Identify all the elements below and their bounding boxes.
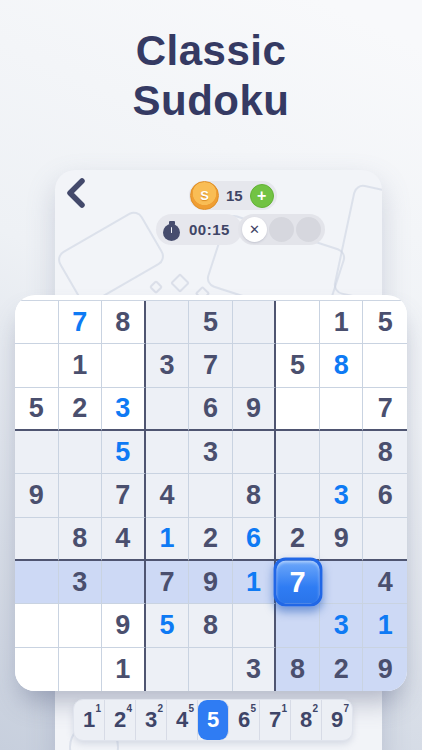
cell-r9c1[interactable] [15, 648, 59, 691]
given-digit: 8 [203, 610, 218, 641]
user-digit: 3 [334, 480, 349, 511]
cell-r7c4[interactable]: 7 [146, 561, 190, 604]
key-remaining-count: 4 [126, 703, 132, 714]
cell-r8c6[interactable] [233, 604, 277, 647]
timer-pill: 00:15 [156, 214, 242, 245]
title-line-1: Classic [0, 26, 422, 76]
given-digit: 2 [290, 523, 305, 554]
given-digit: 6 [203, 393, 218, 424]
given-digit: 9 [334, 523, 349, 554]
cell-r7c7[interactable]: 7 [276, 561, 320, 604]
cell-r2c4[interactable]: 3 [146, 344, 190, 387]
key-4[interactable]: 45 [167, 700, 198, 740]
cell-r9c5[interactable] [189, 648, 233, 691]
decorative-card-doodle [332, 183, 382, 305]
cell-r3c9[interactable]: 7 [363, 388, 407, 431]
key-digit: 4 [176, 707, 188, 733]
key-remaining-count: 2 [312, 703, 318, 714]
cell-r1c4[interactable] [146, 301, 190, 344]
cell-r4c1[interactable] [15, 431, 59, 474]
cell-r9c8[interactable]: 2 [320, 648, 364, 691]
given-digit: 5 [203, 307, 218, 338]
cell-r8c1[interactable] [15, 604, 59, 647]
cell-r9c7[interactable]: 8 [276, 648, 320, 691]
key-remaining-count: 5 [188, 703, 194, 714]
cell-r7c5[interactable]: 9 [189, 561, 233, 604]
cell-r8c3[interactable]: 9 [102, 604, 146, 647]
cell-r5c8[interactable]: 3 [320, 474, 364, 517]
cell-r1c8[interactable]: 1 [320, 301, 364, 344]
given-digit: 7 [115, 480, 130, 511]
cell-r9c2[interactable] [59, 648, 103, 691]
cell-r6c4[interactable]: 1 [146, 518, 190, 561]
key-8[interactable]: 82 [291, 700, 322, 740]
cell-r6c7[interactable]: 2 [276, 518, 320, 561]
mistakes-indicator: ✕ [238, 214, 325, 245]
cell-r7c9[interactable]: 4 [363, 561, 407, 604]
title-line-2: Sudoku [0, 76, 422, 126]
given-digit: 9 [378, 654, 393, 685]
key-remaining-count: 1 [281, 703, 287, 714]
user-digit: 1 [246, 567, 261, 598]
sudoku-grid: 7851513758523697538974836841262937917495… [15, 300, 407, 691]
cell-r4c2[interactable] [59, 431, 103, 474]
given-digit: 4 [115, 523, 130, 554]
cell-r1c7[interactable] [276, 301, 320, 344]
cell-r8c4[interactable]: 5 [146, 604, 190, 647]
given-digit: 1 [72, 350, 87, 381]
cell-r4c9[interactable]: 8 [363, 431, 407, 474]
decorative-card-doodle [55, 208, 168, 308]
cell-r3c2[interactable]: 2 [59, 388, 103, 431]
cell-r2c7[interactable]: 5 [276, 344, 320, 387]
coin-amount: 15 [226, 187, 243, 204]
given-digit: 8 [246, 480, 261, 511]
user-digit: 1 [159, 523, 174, 554]
key-digit: 9 [331, 707, 343, 733]
cell-r8c7[interactable] [276, 604, 320, 647]
cell-r1c1[interactable] [15, 301, 59, 344]
cell-r2c1[interactable] [15, 344, 59, 387]
key-remaining-count: 7 [343, 703, 349, 714]
selected-cell-button[interactable]: 7 [273, 558, 322, 607]
decorative-diamond [149, 280, 163, 294]
given-digit: 4 [378, 567, 393, 598]
given-digit: 2 [72, 393, 87, 424]
cell-r2c3[interactable] [102, 344, 146, 387]
key-digit: 2 [114, 707, 126, 733]
given-digit: 9 [246, 393, 261, 424]
cell-r4c3[interactable]: 5 [102, 431, 146, 474]
given-digit: 1 [115, 654, 130, 685]
cell-r3c7[interactable] [276, 388, 320, 431]
cell-r9c6[interactable]: 3 [233, 648, 277, 691]
cell-r5c4[interactable]: 4 [146, 474, 190, 517]
cell-r2c9[interactable] [363, 344, 407, 387]
cell-r8c8[interactable]: 3 [320, 604, 364, 647]
timer-value: 00:15 [189, 221, 230, 238]
cell-r4c7[interactable] [276, 431, 320, 474]
cell-r4c6[interactable] [233, 431, 277, 474]
key-digit: 5 [207, 707, 219, 733]
user-digit: 5 [159, 610, 174, 641]
coin-balance-pill: S 15 + [189, 181, 277, 210]
cell-r5c2[interactable] [59, 474, 103, 517]
cell-r3c8[interactable] [320, 388, 364, 431]
cell-r6c1[interactable] [15, 518, 59, 561]
given-digit: 1 [334, 307, 349, 338]
cell-r1c5[interactable]: 5 [189, 301, 233, 344]
cell-r5c6[interactable]: 8 [233, 474, 277, 517]
cell-r2c5[interactable]: 7 [189, 344, 233, 387]
given-digit: 3 [246, 654, 261, 685]
given-digit: 8 [290, 654, 305, 685]
key-digit: 8 [300, 707, 312, 733]
cell-r1c9[interactable]: 5 [363, 301, 407, 344]
cell-r5c7[interactable] [276, 474, 320, 517]
user-digit: 5 [115, 437, 130, 468]
user-digit: 1 [378, 610, 393, 641]
cell-r3c1[interactable]: 5 [15, 388, 59, 431]
key-5[interactable]: 5 [198, 700, 229, 740]
given-digit: 3 [159, 350, 174, 381]
given-digit: 8 [378, 437, 393, 468]
given-digit: 8 [115, 307, 130, 338]
given-digit: 8 [72, 523, 87, 554]
key-remaining-count: 5 [250, 703, 256, 714]
cell-r4c8[interactable] [320, 431, 364, 474]
cell-r5c5[interactable] [189, 474, 233, 517]
cell-r6c8[interactable]: 9 [320, 518, 364, 561]
app-screen: Classic Sudoku S 15 + 00:15 ✕ 7851513758… [0, 0, 422, 750]
mistake-x-slot: ✕ [242, 217, 267, 242]
given-digit: 5 [378, 307, 393, 338]
cell-r9c3[interactable]: 1 [102, 648, 146, 691]
cell-r3c6[interactable]: 9 [233, 388, 277, 431]
given-digit: 3 [203, 437, 218, 468]
back-button[interactable] [60, 176, 92, 210]
given-digit: 7 [378, 393, 393, 424]
cell-r6c9[interactable] [363, 518, 407, 561]
cell-r8c5[interactable]: 8 [189, 604, 233, 647]
key-6[interactable]: 65 [229, 700, 260, 740]
user-digit: 6 [246, 523, 261, 554]
cell-r2c6[interactable] [233, 344, 277, 387]
given-digit: 7 [159, 567, 174, 598]
cell-r6c5[interactable]: 2 [189, 518, 233, 561]
cell-r6c6[interactable]: 6 [233, 518, 277, 561]
key-digit: 1 [83, 707, 95, 733]
given-digit: 2 [334, 654, 349, 685]
user-digit: 8 [334, 350, 349, 381]
key-1[interactable]: 11 [74, 700, 105, 740]
cell-r2c8[interactable]: 8 [320, 344, 364, 387]
mistake-empty-slot [269, 217, 294, 242]
cell-r9c9[interactable]: 9 [363, 648, 407, 691]
key-digit: 3 [145, 707, 157, 733]
given-digit: 5 [29, 393, 44, 424]
user-digit: 7 [72, 307, 87, 338]
given-digit: 4 [159, 480, 174, 511]
key-remaining-count: 2 [157, 703, 163, 714]
cell-r7c8[interactable] [320, 561, 364, 604]
page-title: Classic Sudoku [0, 26, 422, 126]
cell-r1c2[interactable]: 7 [59, 301, 103, 344]
cell-r7c2[interactable]: 3 [59, 561, 103, 604]
cell-r8c9[interactable]: 1 [363, 604, 407, 647]
cell-r2c2[interactable]: 1 [59, 344, 103, 387]
given-digit: 6 [378, 480, 393, 511]
user-digit: 3 [334, 610, 349, 641]
cell-r1c6[interactable] [233, 301, 277, 344]
given-digit: 2 [203, 523, 218, 554]
cell-r8c2[interactable] [59, 604, 103, 647]
given-digit: 3 [72, 567, 87, 598]
cell-r3c3[interactable]: 3 [102, 388, 146, 431]
cell-r5c9[interactable]: 6 [363, 474, 407, 517]
given-digit: 9 [29, 480, 44, 511]
key-7[interactable]: 71 [260, 700, 291, 740]
user-digit: 3 [115, 393, 130, 424]
key-digit: 6 [238, 707, 250, 733]
given-digit: 9 [115, 610, 130, 641]
cell-r3c4[interactable] [146, 388, 190, 431]
key-remaining-count: 1 [95, 703, 101, 714]
coin-icon: S [190, 181, 219, 210]
sudoku-board: 7851513758523697538974836841262937917495… [15, 295, 407, 691]
cell-r5c1[interactable]: 9 [15, 474, 59, 517]
cell-r4c5[interactable]: 3 [189, 431, 233, 474]
cell-r3c5[interactable]: 6 [189, 388, 233, 431]
decorative-diamond [170, 273, 190, 293]
chevron-left-icon [60, 176, 92, 210]
key-2[interactable]: 24 [105, 700, 136, 740]
stopwatch-icon [162, 221, 182, 241]
mistake-empty-slot [296, 217, 321, 242]
cell-r4c4[interactable] [146, 431, 190, 474]
cell-r6c3[interactable]: 4 [102, 518, 146, 561]
given-digit: 5 [290, 350, 305, 381]
given-digit: 7 [203, 350, 218, 381]
cell-r7c6[interactable]: 1 [233, 561, 277, 604]
cell-r6c2[interactable]: 8 [59, 518, 103, 561]
cell-r7c1[interactable] [15, 561, 59, 604]
cell-r9c4[interactable] [146, 648, 190, 691]
number-pad: 11243245565718297 [73, 699, 353, 741]
key-9[interactable]: 97 [322, 700, 352, 740]
key-digit: 7 [269, 707, 281, 733]
add-coins-button[interactable]: + [250, 184, 274, 208]
cell-r1c3[interactable]: 8 [102, 301, 146, 344]
key-3[interactable]: 32 [136, 700, 167, 740]
cell-r7c3[interactable] [102, 561, 146, 604]
cell-r5c3[interactable]: 7 [102, 474, 146, 517]
given-digit: 9 [203, 567, 218, 598]
